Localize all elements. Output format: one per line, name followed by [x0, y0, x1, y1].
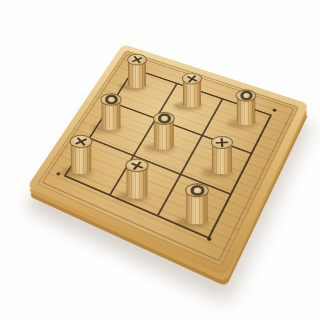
peg-o-r2c2[interactable] [183, 183, 211, 233]
peg-x-r0c0[interactable]: × [125, 54, 148, 95]
x-mark: × [129, 53, 145, 66]
scene: ××××× [0, 0, 320, 320]
peg-o-r0c2[interactable] [234, 89, 258, 132]
x-mark: × [184, 72, 200, 84]
peg-head: × [125, 159, 148, 173]
o-mark [190, 185, 204, 196]
peg-head [100, 93, 121, 106]
peg-x-r1c2[interactable]: × [209, 136, 235, 182]
peg-head: × [70, 135, 93, 149]
peg-o-r1c0[interactable] [98, 93, 123, 138]
o-mark [158, 113, 171, 123]
peg-head: × [182, 73, 202, 85]
x-mark: × [127, 158, 146, 173]
peg-head: × [211, 136, 233, 149]
o-mark [105, 95, 118, 105]
peg-x-r0c1[interactable]: × [180, 73, 204, 115]
peg-o-r1c1[interactable] [151, 112, 177, 158]
peg-x-r2c0[interactable]: × [67, 135, 94, 183]
peg-head [236, 89, 257, 101]
peg-head [185, 183, 209, 197]
peg-x-r2c1[interactable]: × [123, 159, 151, 208]
o-mark [240, 91, 252, 101]
peg-head [153, 112, 175, 125]
x-mark: × [72, 134, 90, 148]
peg-head: × [127, 54, 147, 66]
